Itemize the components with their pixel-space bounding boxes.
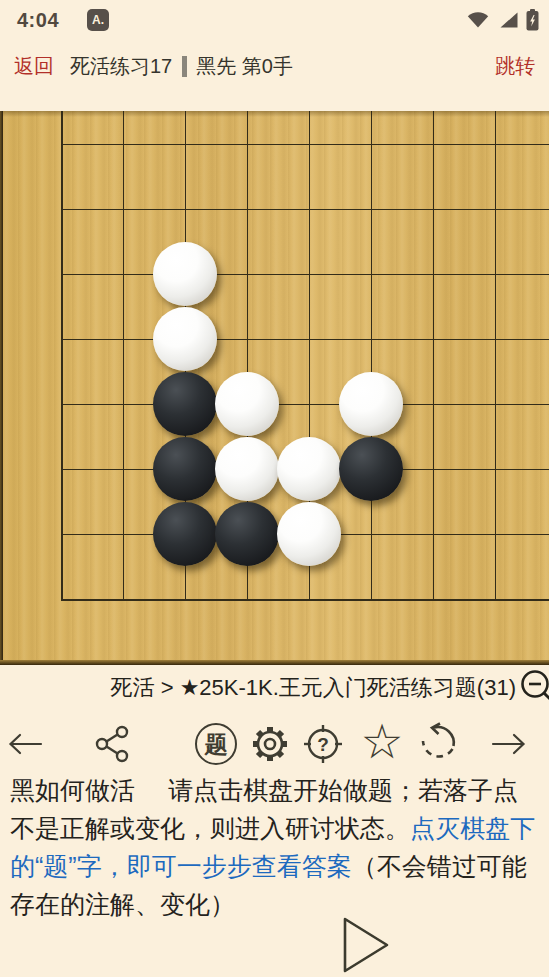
grid-line-vertical bbox=[61, 111, 63, 600]
cellular-signal-icon bbox=[497, 10, 519, 30]
settings-gear-icon[interactable] bbox=[248, 718, 292, 770]
previous-arrow-button[interactable] bbox=[5, 718, 45, 770]
page-title-name: 死活练习17 bbox=[70, 53, 172, 80]
black-stone[interactable] bbox=[215, 502, 279, 566]
status-bar: 4:04 A. bbox=[0, 0, 549, 40]
battery-charging-icon bbox=[526, 9, 539, 31]
grid-line-horizontal bbox=[61, 209, 549, 210]
grid-line-horizontal bbox=[61, 144, 549, 145]
zoom-out-icon[interactable] bbox=[518, 667, 549, 709]
black-stone[interactable] bbox=[153, 502, 217, 566]
grid-line-horizontal bbox=[61, 274, 549, 275]
share-icon[interactable] bbox=[94, 718, 132, 770]
svg-text:?: ? bbox=[317, 734, 329, 755]
black-stone[interactable] bbox=[153, 372, 217, 436]
favorite-star-icon[interactable]: ☆ bbox=[360, 718, 403, 770]
white-stone[interactable] bbox=[277, 437, 341, 501]
clock: 4:04 bbox=[17, 9, 59, 32]
problem-goal-text: 黑如何做活 bbox=[10, 776, 135, 804]
notification-a-icon: A. bbox=[87, 9, 109, 31]
white-stone[interactable] bbox=[215, 437, 279, 501]
grid-line-vertical bbox=[371, 111, 372, 600]
problem-description: 黑如何做活请点击棋盘开始做题；若落子点不是正解或变化，则进入研讨状态。点灭棋盘下… bbox=[10, 771, 540, 923]
problem-set-breadcrumb[interactable]: 死活 > ★25K-1K.王元入门死活练习题(31) bbox=[111, 673, 516, 703]
jump-button[interactable]: 跳转 bbox=[495, 53, 535, 80]
breadcrumb: 死活 > ★25K-1K.王元入门死活练习题(31) bbox=[0, 666, 549, 710]
white-stone[interactable] bbox=[153, 307, 217, 371]
grid-line-horizontal bbox=[61, 599, 549, 601]
white-stone[interactable] bbox=[277, 502, 341, 566]
title-separator bbox=[182, 56, 187, 77]
toolbar: 题 ? ☆ bbox=[0, 718, 549, 770]
back-button[interactable]: 返回 bbox=[14, 53, 54, 80]
problem-badge-button[interactable]: 题 bbox=[195, 718, 237, 770]
page-title: 死活练习17 黑先 第0手 bbox=[70, 53, 293, 80]
board-bottom-edge bbox=[0, 660, 549, 665]
problem-badge-label: 题 bbox=[195, 723, 237, 765]
board-left-edge bbox=[0, 111, 3, 665]
play-button[interactable] bbox=[334, 910, 398, 974]
grid-line-vertical bbox=[433, 111, 434, 600]
grid-line-horizontal bbox=[61, 339, 549, 340]
reset-replay-icon[interactable] bbox=[416, 718, 460, 770]
status-icons bbox=[466, 9, 539, 31]
grid-line-vertical bbox=[495, 111, 496, 600]
go-board[interactable] bbox=[0, 111, 549, 665]
black-stone[interactable] bbox=[339, 437, 403, 501]
help-icon[interactable]: ? bbox=[301, 718, 345, 770]
wifi-icon bbox=[466, 10, 490, 30]
grid-line-horizontal bbox=[61, 404, 549, 405]
page-title-status: 黑先 第0手 bbox=[196, 53, 293, 80]
next-arrow-button[interactable] bbox=[489, 718, 529, 770]
nav-bar: 返回 死活练习17 黑先 第0手 跳转 bbox=[0, 40, 549, 92]
white-stone[interactable] bbox=[339, 372, 403, 436]
white-stone[interactable] bbox=[153, 242, 217, 306]
black-stone[interactable] bbox=[153, 437, 217, 501]
white-stone[interactable] bbox=[215, 372, 279, 436]
grid-line-vertical bbox=[123, 111, 124, 600]
